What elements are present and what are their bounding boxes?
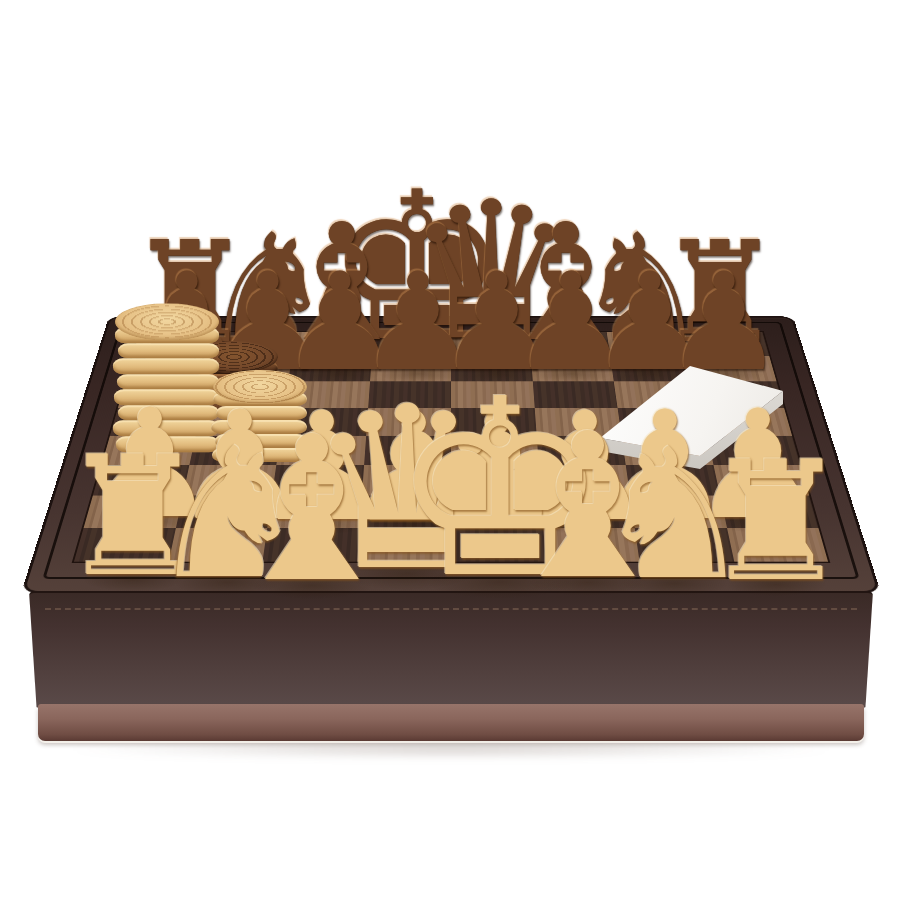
- checker-disc: [118, 343, 219, 359]
- checker-disc: [113, 358, 219, 374]
- pieces-overlay: ♜♞♝♚♛♝♞♜♟♟♟♟♟♟♟♟♟♟♟♟♟♟♟♟♜♞♝♛♚♝♞♜: [0, 0, 902, 902]
- chess-set-photo: ♜♞♝♚♛♝♞♜♟♟♟♟♟♟♟♟♟♟♟♟♟♟♟♟♜♞♝♛♚♝♞♜: [0, 0, 902, 902]
- piece-white-bishop-c1[interactable]: ♝: [222, 410, 401, 610]
- piece-white-rook-h1[interactable]: ♜: [702, 440, 850, 605]
